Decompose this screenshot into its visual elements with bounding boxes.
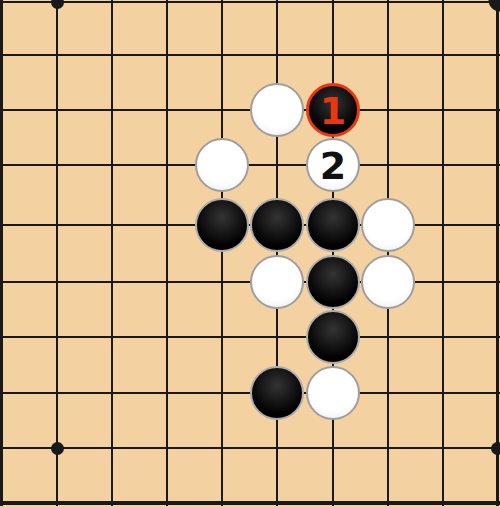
stone-white [250,255,304,309]
star-point [51,0,64,9]
rounded-corner-artifact [486,0,500,14]
grid-vline [0,0,3,506]
star-point [51,442,64,455]
grid-vline [221,0,223,506]
star-point [491,442,500,455]
grid-vline [442,0,444,506]
stone-black [195,198,249,252]
grid-vline [276,0,278,506]
grid-vline [56,0,58,506]
grid-vline [166,0,168,506]
grid-hline [0,336,500,338]
stone-white [250,83,304,137]
move-number-label: 2 [320,146,346,185]
go-board[interactable]: 12 [0,0,500,507]
stone-black [306,198,360,252]
stone-black [250,366,304,420]
stone-black-move-1: 1 [306,83,360,137]
grid-hline [0,501,500,505]
grid-vline [496,0,499,506]
grid-vline [332,0,334,506]
stone-white [306,366,360,420]
move-number-label: 1 [320,91,346,130]
stone-white-move-2: 2 [306,138,360,192]
grid-vline [387,0,389,506]
stone-black [306,310,360,364]
grid-hline [0,447,500,449]
grid-hline [0,54,500,56]
grid-hline [0,164,500,166]
grid-vline [111,0,113,506]
stone-black [250,198,304,252]
stone-black [306,255,360,309]
stone-white [361,198,415,252]
grid-hline [0,1,500,3]
stone-white [195,138,249,192]
stone-white [361,255,415,309]
